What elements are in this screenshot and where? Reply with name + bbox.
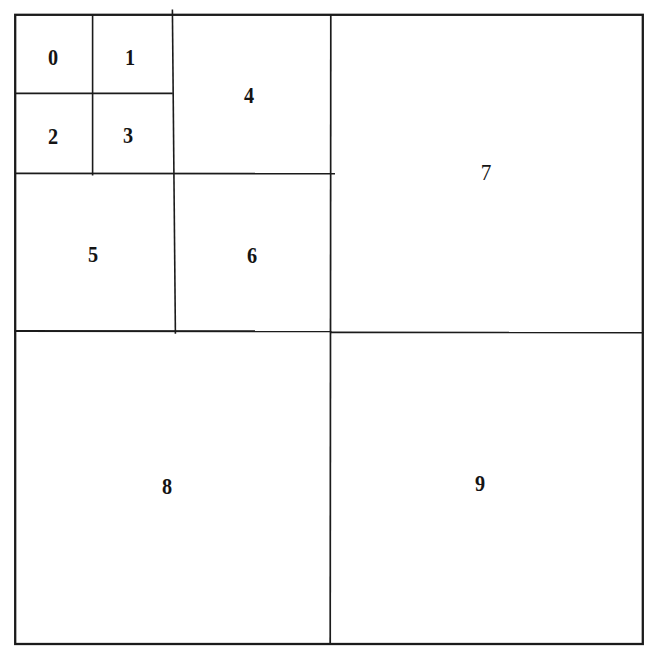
cell-4-label: 4 xyxy=(244,84,254,107)
cell-8-label: 8 xyxy=(162,475,172,498)
quadtree-grid-lines xyxy=(0,0,658,660)
quadtree-figure: 0 1 2 3 4 5 6 7 8 9 xyxy=(0,0,658,660)
cell-2-label: 2 xyxy=(48,125,58,148)
root-vertical-divider xyxy=(330,15,331,644)
cell-7-label: 7 xyxy=(481,161,492,184)
cell-0-label: 0 xyxy=(48,46,58,69)
cell-1-label: 1 xyxy=(125,46,135,69)
cell-9-label: 9 xyxy=(475,472,485,495)
nw-vertical-divider xyxy=(172,10,175,334)
cell-3-label: 3 xyxy=(123,124,133,147)
cell-5-label: 5 xyxy=(88,243,98,266)
outer-border xyxy=(15,15,643,644)
cell-6-label: 6 xyxy=(247,244,257,267)
